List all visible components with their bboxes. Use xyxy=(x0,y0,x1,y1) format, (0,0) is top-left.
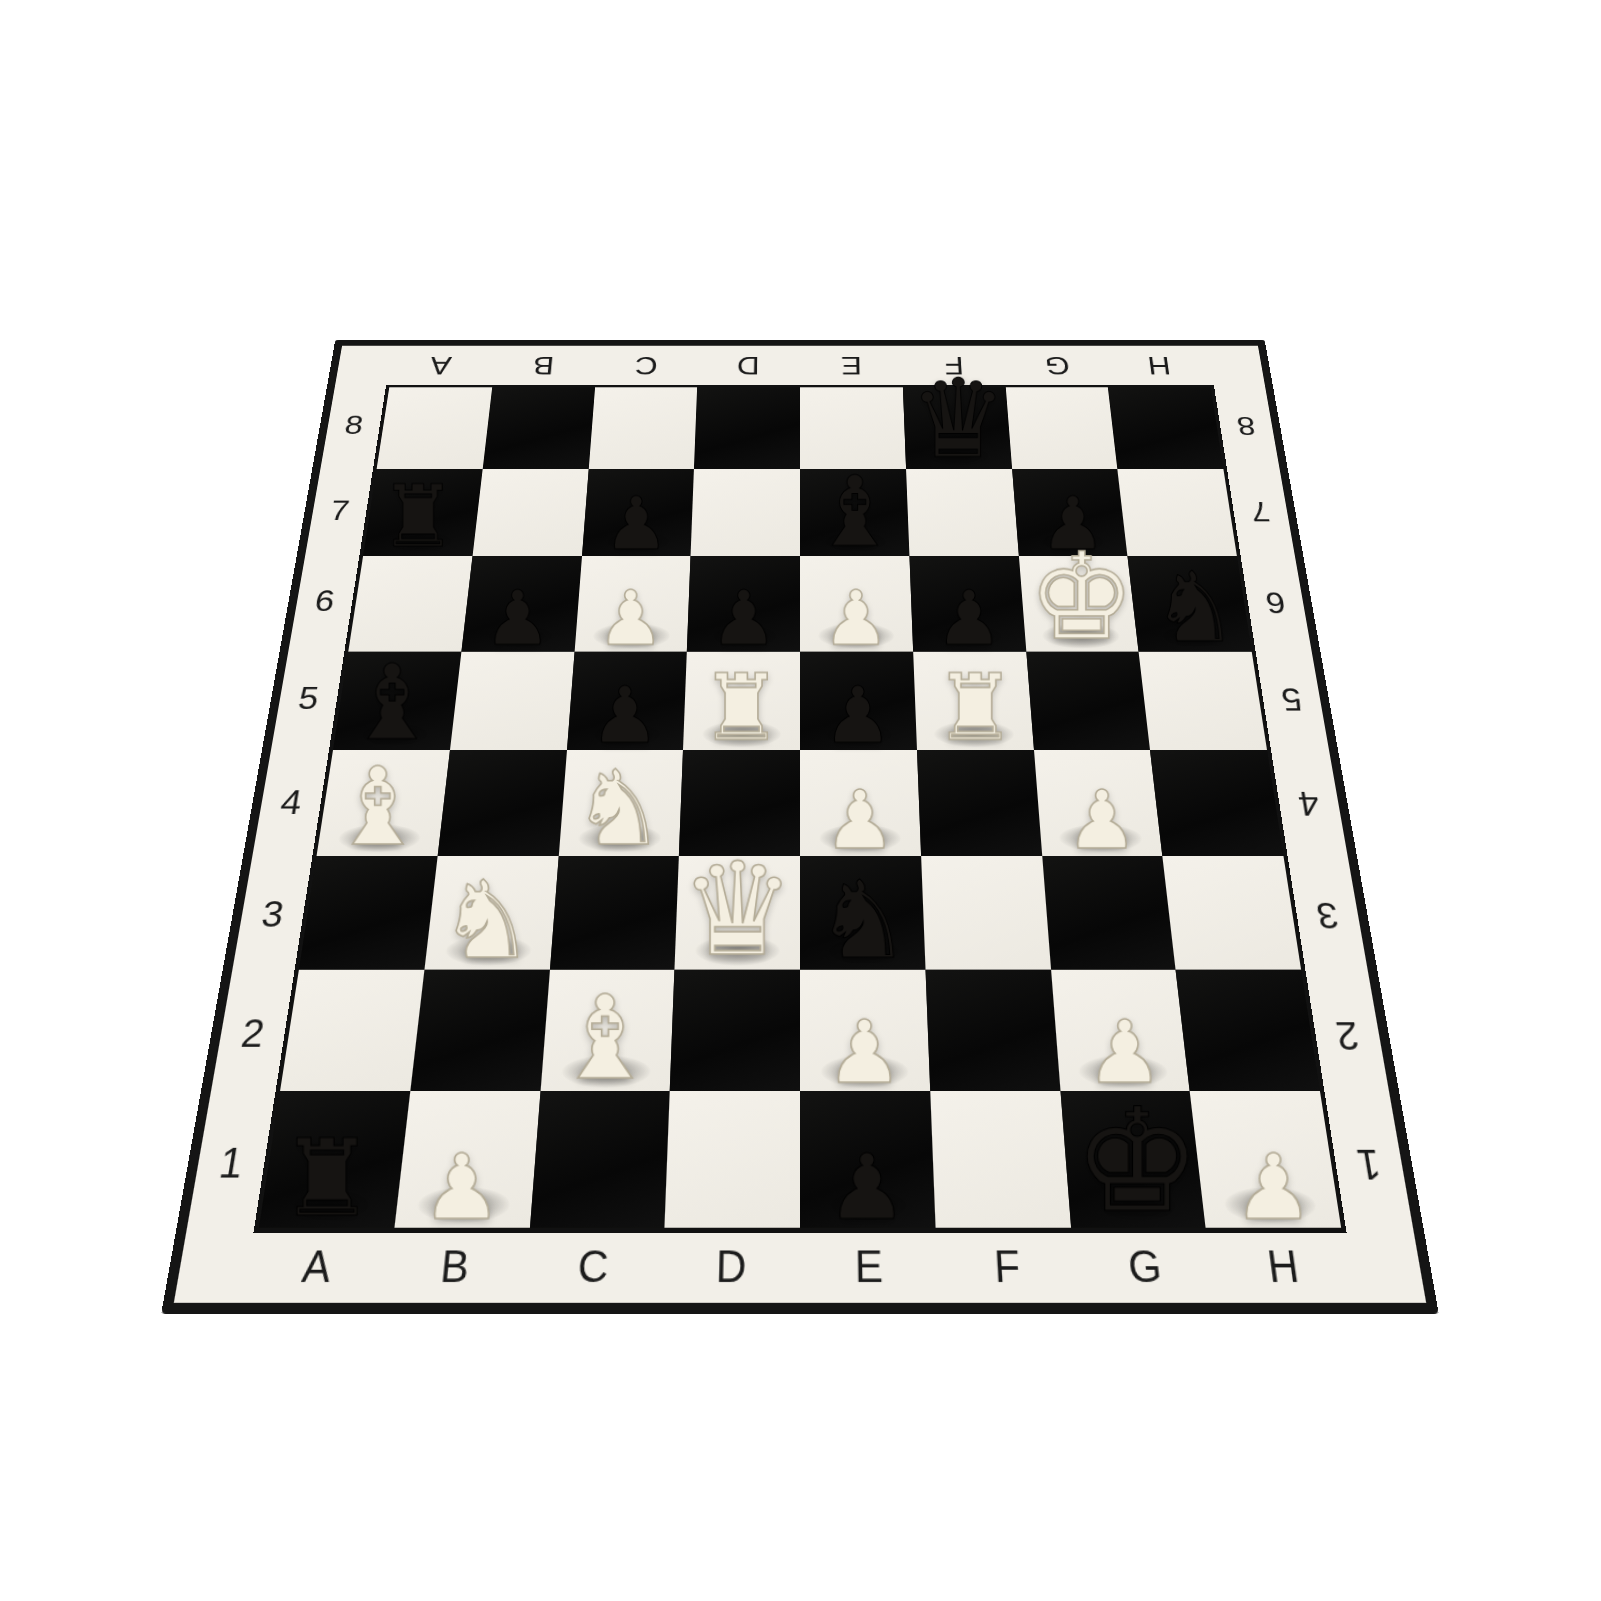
square-a1[interactable]: ♜ xyxy=(259,1091,410,1228)
square-g5[interactable] xyxy=(1026,651,1150,750)
piece-black-queen-f8[interactable]: ♛ xyxy=(910,365,1007,474)
piece-white-king-g6[interactable]: ♚ xyxy=(1028,536,1135,656)
piece-black-pawn-c5[interactable]: ♟ xyxy=(590,676,660,754)
piece-white-pawn-e6[interactable]: ♟ xyxy=(823,580,891,655)
piece-black-pawn-e5[interactable]: ♟ xyxy=(823,676,893,754)
square-g8[interactable] xyxy=(1005,387,1117,469)
file-label-top-b: B xyxy=(490,346,597,385)
piece-white-bishop-a4[interactable]: ♝ xyxy=(329,753,425,861)
square-g2[interactable]: ♟ xyxy=(1051,969,1190,1091)
piece-white-queen-d3[interactable]: ♛ xyxy=(680,845,795,974)
square-g3[interactable] xyxy=(1042,856,1176,970)
square-f3[interactable] xyxy=(921,856,1051,970)
square-h8[interactable] xyxy=(1108,387,1223,469)
piece-white-pawn-h1[interactable]: ♟ xyxy=(1233,1142,1314,1232)
square-f6[interactable]: ♟ xyxy=(909,556,1026,652)
square-a5[interactable]: ♝ xyxy=(333,651,461,750)
piece-white-pawn-e4[interactable]: ♟ xyxy=(824,779,896,860)
piece-black-rook-a1[interactable]: ♜ xyxy=(279,1126,374,1232)
piece-black-pawn-e1[interactable]: ♟ xyxy=(827,1142,908,1232)
piece-black-pawn-c7[interactable]: ♟ xyxy=(604,487,669,560)
square-e5[interactable]: ♟ xyxy=(800,651,917,750)
square-b6[interactable]: ♟ xyxy=(461,556,581,652)
square-e3[interactable]: ♞ xyxy=(800,856,925,970)
square-e6[interactable]: ♟ xyxy=(800,556,913,652)
square-f2[interactable] xyxy=(925,969,1060,1091)
square-c4[interactable]: ♞ xyxy=(558,750,683,856)
piece-black-pawn-d6[interactable]: ♟ xyxy=(710,580,778,655)
piece-white-knight-b3[interactable]: ♞ xyxy=(439,867,535,974)
piece-white-pawn-e2[interactable]: ♟ xyxy=(826,1009,904,1096)
square-c8[interactable] xyxy=(588,387,697,469)
file-label-bottom-a: A xyxy=(242,1233,390,1303)
square-b7[interactable] xyxy=(472,469,588,555)
square-b4[interactable] xyxy=(437,750,566,856)
square-b5[interactable] xyxy=(450,651,574,750)
file-label-bottom-h: H xyxy=(1210,1233,1358,1303)
piece-black-knight-e3[interactable]: ♞ xyxy=(815,867,911,974)
square-a6[interactable] xyxy=(348,556,472,652)
file-label-top-g: G xyxy=(1004,346,1111,385)
square-f5[interactable]: ♜ xyxy=(913,651,1034,750)
piece-black-pawn-f6[interactable]: ♟ xyxy=(935,580,1003,655)
square-b2[interactable] xyxy=(410,969,549,1091)
square-b1[interactable]: ♟ xyxy=(394,1091,540,1228)
piece-white-pawn-g4[interactable]: ♟ xyxy=(1066,779,1138,860)
file-label-bottom-b: B xyxy=(382,1233,527,1303)
square-e2[interactable]: ♟ xyxy=(800,969,930,1091)
square-c6[interactable]: ♟ xyxy=(574,556,691,652)
piece-white-pawn-b1[interactable]: ♟ xyxy=(422,1142,503,1232)
chess-board: ABCDEFGH ABCDEFGH 87654321 87654321 ♛♜♟♝… xyxy=(161,340,1439,1314)
square-a7[interactable]: ♜ xyxy=(363,469,482,555)
square-e4[interactable]: ♟ xyxy=(800,750,921,856)
square-h6[interactable]: ♞ xyxy=(1128,556,1252,652)
piece-black-bishop-e7[interactable]: ♝ xyxy=(811,463,898,560)
square-d2[interactable] xyxy=(670,969,800,1091)
square-c1[interactable] xyxy=(529,1091,670,1228)
piece-black-king-g1[interactable]: ♚ xyxy=(1073,1089,1202,1232)
piece-white-pawn-c6[interactable]: ♟ xyxy=(597,580,665,655)
square-f1[interactable] xyxy=(930,1091,1071,1228)
board-grid: ♛♜♟♝♟♟♟♟♟♟♚♞♝♟♜♟♜♝♞♟♟♞♛♞♝♟♟♜♟♟♚♟ xyxy=(253,385,1346,1233)
square-a3[interactable] xyxy=(299,856,437,970)
file-labels-top: ABCDEFGH xyxy=(386,346,1214,385)
piece-white-rook-d5[interactable]: ♜ xyxy=(700,662,782,754)
square-h7[interactable] xyxy=(1118,469,1237,555)
square-e7[interactable]: ♝ xyxy=(800,469,909,555)
piece-black-rook-a7[interactable]: ♜ xyxy=(380,474,457,560)
file-label-top-d: D xyxy=(697,346,800,385)
square-b3[interactable]: ♞ xyxy=(424,856,558,970)
square-a2[interactable] xyxy=(280,969,424,1091)
square-d7[interactable] xyxy=(691,469,800,555)
square-c3[interactable] xyxy=(549,856,679,970)
file-label-top-a: A xyxy=(386,346,494,385)
piece-black-bishop-a5[interactable]: ♝ xyxy=(345,651,438,755)
file-label-top-e: E xyxy=(800,346,903,385)
square-h2[interactable] xyxy=(1176,969,1320,1091)
square-d3[interactable]: ♛ xyxy=(675,856,800,970)
square-d6[interactable]: ♟ xyxy=(687,556,800,652)
piece-black-knight-h6[interactable]: ♞ xyxy=(1151,559,1238,656)
square-b8[interactable] xyxy=(482,387,594,469)
square-c7[interactable]: ♟ xyxy=(582,469,695,555)
square-f7[interactable] xyxy=(906,469,1019,555)
square-h5[interactable] xyxy=(1139,651,1267,750)
square-c5[interactable]: ♟ xyxy=(567,651,688,750)
piece-white-rook-f5[interactable]: ♜ xyxy=(934,662,1016,754)
file-labels-bottom: ABCDEFGH xyxy=(242,1233,1357,1303)
square-d8[interactable] xyxy=(694,387,800,469)
square-e1[interactable]: ♟ xyxy=(800,1091,935,1228)
square-g4[interactable]: ♟ xyxy=(1034,750,1163,856)
piece-white-bishop-c2[interactable]: ♝ xyxy=(553,980,657,1096)
file-label-bottom-e: E xyxy=(800,1233,939,1303)
square-g1[interactable]: ♚ xyxy=(1060,1091,1206,1228)
file-label-bottom-g: G xyxy=(1073,1233,1218,1303)
file-label-top-h: H xyxy=(1106,346,1214,385)
file-label-top-c: C xyxy=(593,346,698,385)
square-g6[interactable]: ♚ xyxy=(1018,556,1138,652)
piece-black-pawn-b6[interactable]: ♟ xyxy=(484,580,552,655)
photo-scene: ABCDEFGH ABCDEFGH 87654321 87654321 ♛♜♟♝… xyxy=(0,0,1601,1601)
file-label-bottom-f: F xyxy=(937,1233,1079,1303)
square-h4[interactable] xyxy=(1150,750,1283,856)
piece-white-knight-c4[interactable]: ♞ xyxy=(573,757,666,860)
square-c2[interactable]: ♝ xyxy=(540,969,675,1091)
square-f4[interactable] xyxy=(917,750,1042,856)
square-h3[interactable] xyxy=(1163,856,1301,970)
square-a4[interactable]: ♝ xyxy=(317,750,450,856)
square-f8[interactable]: ♛ xyxy=(903,387,1012,469)
square-d5[interactable]: ♜ xyxy=(683,651,800,750)
file-label-bottom-d: D xyxy=(661,1233,800,1303)
square-d1[interactable] xyxy=(665,1091,800,1228)
square-h1[interactable]: ♟ xyxy=(1190,1091,1341,1228)
square-a8[interactable] xyxy=(377,387,492,469)
file-label-bottom-c: C xyxy=(521,1233,663,1303)
